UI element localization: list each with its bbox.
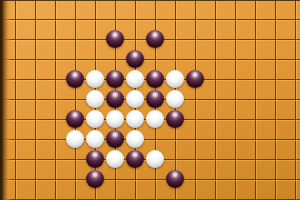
black-stone [86, 150, 104, 168]
white-stone [126, 110, 144, 128]
black-stone [106, 30, 124, 48]
gomoku-board[interactable] [0, 0, 300, 200]
white-stone [86, 70, 104, 88]
white-stone [126, 90, 144, 108]
black-stone [166, 110, 184, 128]
white-stone [166, 90, 184, 108]
black-stone [66, 110, 84, 128]
black-stone [146, 30, 164, 48]
white-stone [166, 70, 184, 88]
black-stone [106, 70, 124, 88]
white-stone [86, 90, 104, 108]
white-stone [146, 150, 164, 168]
black-stone [146, 70, 164, 88]
black-stone [66, 70, 84, 88]
black-stone [106, 90, 124, 108]
black-stone [186, 70, 204, 88]
white-stone [106, 150, 124, 168]
white-stone [126, 70, 144, 88]
white-stone [106, 110, 124, 128]
black-stone [126, 50, 144, 68]
black-stone [86, 170, 104, 188]
white-stone [66, 130, 84, 148]
white-stone [86, 110, 104, 128]
black-stone [166, 170, 184, 188]
white-stone [86, 130, 104, 148]
black-stone [146, 90, 164, 108]
white-stone [126, 130, 144, 148]
black-stone [126, 150, 144, 168]
white-stone [146, 110, 164, 128]
black-stone [106, 130, 124, 148]
